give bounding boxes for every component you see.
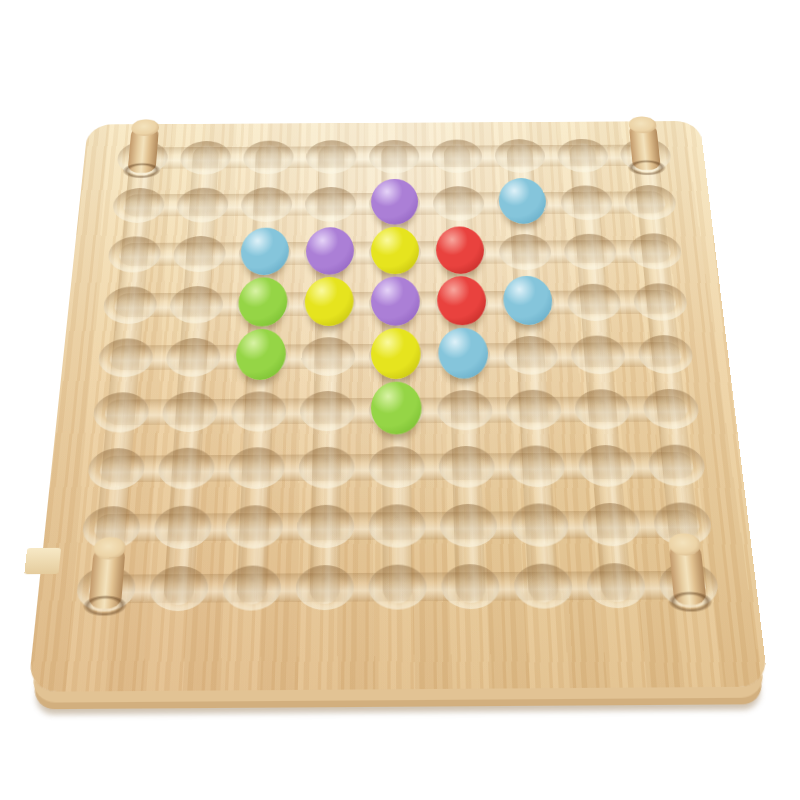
- board-hollow-r7c8[interactable]: [578, 445, 637, 487]
- marble-blue-r5c6[interactable]: [438, 328, 489, 379]
- board-hollow-r2c2[interactable]: [176, 188, 229, 223]
- board-hollow-r9c8[interactable]: [586, 563, 647, 608]
- board-hollow-r6c2[interactable]: [161, 392, 218, 432]
- board-hollow-r3c2[interactable]: [173, 236, 227, 272]
- product-photo-scene: [0, 0, 800, 800]
- board-hollow-r4c8[interactable]: [567, 284, 622, 322]
- board-hollow-r2c1[interactable]: [112, 188, 166, 223]
- board-hollow-r4c9[interactable]: [632, 283, 688, 320]
- board-hollow-r9c6[interactable]: [441, 564, 500, 609]
- board-hollow-r3c8[interactable]: [563, 234, 617, 270]
- board-hollow-r1c2[interactable]: [179, 141, 231, 175]
- board-hollow-r7c7[interactable]: [508, 445, 566, 487]
- board-hollow-r8c3[interactable]: [225, 505, 283, 549]
- marble-yellow-r3c5[interactable]: [371, 227, 419, 275]
- board-hollow-r8c6[interactable]: [440, 504, 498, 548]
- corner-peg-r1c9: [629, 123, 661, 170]
- board-hollow-r6c1[interactable]: [92, 392, 150, 432]
- corner-peg-r9c1: [88, 546, 125, 609]
- board-hollow-r6c4[interactable]: [300, 391, 355, 431]
- board-hollow-r3c1[interactable]: [107, 236, 162, 272]
- board-hollow-r9c4[interactable]: [295, 565, 354, 610]
- board-hollow-r2c4[interactable]: [305, 187, 356, 222]
- board-hollow-r6c7[interactable]: [505, 390, 562, 430]
- board-hollow-r9c3[interactable]: [222, 565, 282, 610]
- board-hollow-r2c6[interactable]: [433, 186, 485, 221]
- marble-green-r4c3[interactable]: [237, 277, 288, 326]
- board-hollow-r7c3[interactable]: [228, 447, 285, 489]
- marble-yellow-r5c5[interactable]: [371, 328, 421, 379]
- board-hollow-r2c3[interactable]: [240, 187, 292, 222]
- marble-blue-r3c3[interactable]: [240, 228, 290, 276]
- board-hollow-r2c9[interactable]: [623, 185, 677, 220]
- board-hollow-r5c8[interactable]: [570, 335, 627, 374]
- marble-purple-r3c4[interactable]: [305, 227, 354, 275]
- board-edge-tab: [24, 548, 61, 574]
- board-hollow-r9c7[interactable]: [513, 564, 573, 609]
- board-hollow-r3c7[interactable]: [499, 234, 553, 270]
- board-hollow-r7c4[interactable]: [298, 447, 354, 489]
- board-grid: [106, 155, 688, 589]
- board-hollow-r4c2[interactable]: [169, 286, 224, 324]
- board-hollow-r8c5[interactable]: [369, 504, 426, 548]
- board-hollow-r1c5[interactable]: [369, 140, 419, 174]
- board-hollow-r1c7[interactable]: [494, 139, 546, 173]
- wooden-board: [28, 121, 769, 692]
- board-hollow-r6c3[interactable]: [230, 391, 286, 431]
- board-hollow-r7c6[interactable]: [438, 446, 495, 488]
- board-hollow-r8c8[interactable]: [581, 503, 641, 547]
- board-hollow-r3c9[interactable]: [628, 233, 683, 269]
- board-hollow-r8c7[interactable]: [511, 503, 570, 547]
- board-hollow-r1c3[interactable]: [243, 141, 294, 175]
- board-hollow-r1c6[interactable]: [432, 139, 483, 173]
- board-hollow-r6c9[interactable]: [642, 389, 701, 429]
- marble-yellow-r4c4[interactable]: [304, 277, 353, 326]
- board-hollow-r5c1[interactable]: [97, 338, 154, 377]
- board-hollow-r5c4[interactable]: [301, 337, 355, 376]
- board-hollow-r7c2[interactable]: [157, 448, 215, 490]
- corner-peg-r1c1: [127, 126, 159, 173]
- board-hollow-r8c2[interactable]: [153, 506, 212, 550]
- marble-green-r5c3[interactable]: [235, 329, 287, 380]
- board-hollow-r5c7[interactable]: [503, 336, 559, 375]
- board-hollow-r8c4[interactable]: [297, 505, 354, 549]
- board-hollow-r9c5[interactable]: [369, 564, 427, 609]
- corner-peg-r9c9: [669, 543, 707, 605]
- marble-purple-r2c5[interactable]: [371, 179, 418, 225]
- board-hollow-r2c8[interactable]: [560, 185, 613, 220]
- board-hollow-r6c6[interactable]: [437, 390, 493, 430]
- marble-red-r4c6[interactable]: [437, 276, 487, 325]
- board-hollow-r7c9[interactable]: [647, 444, 707, 486]
- board-hollow-r6c8[interactable]: [574, 389, 632, 429]
- board-hollow-r9c2[interactable]: [149, 566, 210, 611]
- marble-blue-r4c7[interactable]: [502, 276, 553, 325]
- marble-green-r6c5[interactable]: [371, 382, 422, 435]
- marble-purple-r4c5[interactable]: [371, 277, 420, 326]
- board-hollow-r4c1[interactable]: [102, 286, 158, 324]
- board-hollow-r5c9[interactable]: [637, 335, 694, 374]
- board-hollow-r1c4[interactable]: [306, 140, 356, 174]
- board-hollow-r7c5[interactable]: [369, 446, 425, 488]
- marble-red-r3c6[interactable]: [436, 226, 485, 274]
- board-hollow-r7c1[interactable]: [87, 448, 146, 490]
- marble-blue-r2c7[interactable]: [498, 178, 547, 224]
- board-hollow-r5c2[interactable]: [165, 338, 221, 377]
